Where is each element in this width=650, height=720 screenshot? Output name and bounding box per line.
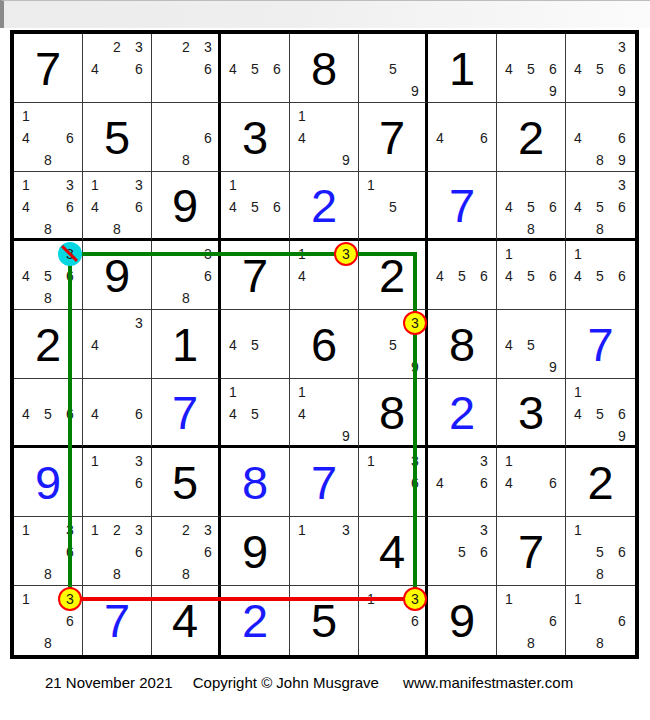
candidate-8-r3c2: 8 <box>106 218 128 240</box>
cell-r9c6[interactable]: 136 <box>359 586 428 655</box>
candidate-5-r6c1: 5 <box>37 403 59 425</box>
candidate-6-r9c9: 6 <box>611 610 633 632</box>
candidate-5-r5c6: 5 <box>382 334 404 356</box>
candidate-6-r7c6: 6 <box>404 472 426 494</box>
cell-r2c2[interactable]: 5 <box>83 103 152 172</box>
cell-r4c4[interactable]: 7 <box>221 241 290 310</box>
given-digit-r9c3: 4 <box>152 586 218 655</box>
candidate-1-r9c9: 1 <box>567 588 589 610</box>
candidate-9-r2c5: 9 <box>335 149 357 171</box>
cell-r7c5[interactable]: 7 <box>290 448 359 517</box>
cell-r2c3[interactable]: 68 <box>152 103 221 172</box>
cell-r9c7[interactable]: 9 <box>428 586 497 655</box>
candidate-8-r2c9: 8 <box>589 149 611 171</box>
given-digit-r7c9: 2 <box>566 448 635 516</box>
cell-r3c2[interactable]: 13468 <box>83 172 152 241</box>
cell-r1c9[interactable]: 34569 <box>566 34 635 103</box>
given-digit-r1c7: 1 <box>428 34 496 102</box>
candidate-5-r3c8: 5 <box>520 196 542 218</box>
candidate-6-r6c9: 6 <box>611 403 633 425</box>
candidate-3-r3c2: 3 <box>128 174 150 196</box>
candidate-6-r8c2: 6 <box>128 541 150 563</box>
candidate-1-r4c5: 1 <box>291 243 313 265</box>
candidate-8-r2c1: 8 <box>37 149 59 171</box>
candidate-6-r2c3: 6 <box>197 127 219 149</box>
cell-r4c5[interactable]: 134 <box>290 241 359 310</box>
cell-r8c2[interactable]: 12368 <box>83 517 152 586</box>
cell-r5c4[interactable]: 45 <box>221 310 290 379</box>
cell-r3c4[interactable]: 1456 <box>221 172 290 241</box>
cell-r1c8[interactable]: 4569 <box>497 34 566 103</box>
candidate-5-r1c6: 5 <box>382 58 404 80</box>
solved-digit-r6c3: 7 <box>152 379 218 445</box>
cell-r5c1[interactable]: 2 <box>14 310 83 379</box>
given-digit-r2c2: 5 <box>83 103 151 171</box>
cell-r6c8[interactable]: 3 <box>497 379 566 448</box>
candidate-8-r3c9: 8 <box>589 218 611 240</box>
candidate-4-r4c1: 4 <box>15 265 37 287</box>
candidate-4-r6c5: 4 <box>291 403 313 425</box>
given-digit-r8c8: 7 <box>497 517 565 585</box>
candidate-3-r1c2: 3 <box>128 36 150 58</box>
candidate-4-r5c2: 4 <box>84 334 106 356</box>
cell-r7c2[interactable]: 136 <box>83 448 152 517</box>
candidate-2-r1c3: 2 <box>175 36 197 58</box>
candidate-5-r5c8: 5 <box>520 334 542 356</box>
cell-r4c2[interactable]: 9 <box>83 241 152 310</box>
candidate-6-r3c4: 6 <box>266 196 288 218</box>
candidate-1-r2c1: 1 <box>15 105 37 127</box>
candidate-6-r3c8: 6 <box>542 196 564 218</box>
candidate-6-r7c7: 6 <box>473 472 495 494</box>
given-digit-r2c8: 2 <box>497 103 565 171</box>
cell-r6c9[interactable]: 14569 <box>566 379 635 448</box>
candidate-5-r6c9: 5 <box>589 403 611 425</box>
candidate-4-r3c9: 4 <box>567 196 589 218</box>
candidate-6-r9c1: 6 <box>59 610 81 632</box>
candidate-6-r4c3: 6 <box>197 265 219 287</box>
cell-r8c8[interactable]: 7 <box>497 517 566 586</box>
candidate-4-r6c4: 4 <box>222 403 244 425</box>
candidate-1-r9c6: 1 <box>360 588 382 610</box>
candidate-9-r2c9: 9 <box>611 149 633 171</box>
solved-digit-r7c1: 9 <box>14 448 82 516</box>
candidate-3-r1c3: 3 <box>197 36 219 58</box>
chain-node-r4c5: 3 <box>334 242 358 266</box>
candidate-4-r2c1: 4 <box>15 127 37 149</box>
footer-date: 21 November 2021 <box>45 674 173 691</box>
candidate-4-r4c5: 4 <box>291 265 313 287</box>
cell-r2c4[interactable]: 3 <box>221 103 290 172</box>
candidate-8-r4c3: 8 <box>175 287 197 309</box>
candidate-6-r8c3: 6 <box>197 541 219 563</box>
cell-r7c4[interactable]: 8 <box>221 448 290 517</box>
footer-website: www.manifestmaster.com <box>403 674 573 691</box>
cell-r8c5[interactable]: 13 <box>290 517 359 586</box>
candidate-4-r5c8: 4 <box>498 334 520 356</box>
candidate-4-r6c9: 4 <box>567 403 589 425</box>
cell-r8c6[interactable]: 4 <box>359 517 428 586</box>
candidate-1-r3c4: 1 <box>222 174 244 196</box>
given-digit-r6c6: 8 <box>359 379 425 445</box>
cell-r6c7[interactable]: 2 <box>428 379 497 448</box>
given-digit-r5c1: 2 <box>14 310 82 378</box>
cell-r2c8[interactable]: 2 <box>497 103 566 172</box>
candidate-5-r4c7: 5 <box>451 265 473 287</box>
candidate-8-r8c3: 8 <box>175 563 197 585</box>
elimination-mark-r4c1: 3 <box>58 242 82 266</box>
candidate-4-r5c4: 4 <box>222 334 244 356</box>
candidate-8-r8c1: 8 <box>37 563 59 585</box>
candidate-9-r5c8: 9 <box>542 356 564 378</box>
cell-r6c3[interactable]: 7 <box>152 379 221 448</box>
cell-r9c8[interactable]: 168 <box>497 586 566 655</box>
cell-r8c7[interactable]: 356 <box>428 517 497 586</box>
cell-r8c4[interactable]: 9 <box>221 517 290 586</box>
cell-r9c3[interactable]: 4 <box>152 586 221 655</box>
given-digit-r2c4: 3 <box>221 103 289 171</box>
cell-r5c8[interactable]: 459 <box>497 310 566 379</box>
candidate-1-r9c1: 1 <box>15 588 37 610</box>
candidate-6-r1c3: 6 <box>197 58 219 80</box>
cell-r5c3[interactable]: 1 <box>152 310 221 379</box>
candidate-6-r8c9: 6 <box>611 541 633 563</box>
candidate-3-r7c2: 3 <box>128 450 150 472</box>
cell-r5c6[interactable]: 359 <box>359 310 428 379</box>
candidate-3-r8c5: 3 <box>335 519 357 541</box>
candidate-6-r1c8: 6 <box>542 58 564 80</box>
candidate-3-r1c9: 3 <box>611 36 633 58</box>
candidate-6-r3c1: 6 <box>59 196 81 218</box>
candidate-9-r6c5: 9 <box>335 425 357 447</box>
candidate-8-r8c9: 8 <box>589 563 611 585</box>
candidate-3-r7c7: 3 <box>473 450 495 472</box>
cell-r4c9[interactable]: 1456 <box>566 241 635 310</box>
candidate-4-r2c7: 4 <box>429 127 451 149</box>
candidate-5-r4c1: 5 <box>37 265 59 287</box>
candidate-4-r4c8: 4 <box>498 265 520 287</box>
cell-r3c3[interactable]: 9 <box>152 172 221 241</box>
cell-r5c5[interactable]: 6 <box>290 310 359 379</box>
candidate-9-r1c6: 9 <box>404 80 426 102</box>
candidate-2-r1c2: 2 <box>106 36 128 58</box>
candidate-6-r2c9: 6 <box>611 127 633 149</box>
cell-r5c7[interactable]: 8 <box>428 310 497 379</box>
cell-r8c3[interactable]: 2368 <box>152 517 221 586</box>
candidate-6-r1c9: 6 <box>611 58 633 80</box>
candidate-6-r9c8: 6 <box>542 610 564 632</box>
candidate-4-r7c8: 4 <box>498 472 520 494</box>
given-digit-r5c7: 8 <box>428 310 496 378</box>
given-digit-r4c2: 9 <box>83 241 151 309</box>
candidate-6-r4c7: 6 <box>473 265 495 287</box>
candidate-6-r6c2: 6 <box>128 403 150 425</box>
candidate-6-r2c1: 6 <box>59 127 81 149</box>
cell-r2c5[interactable]: 149 <box>290 103 359 172</box>
candidate-8-r8c2: 8 <box>106 563 128 585</box>
cell-r2c9[interactable]: 4689 <box>566 103 635 172</box>
candidate-8-r2c3: 8 <box>175 149 197 171</box>
candidate-5-r3c9: 5 <box>589 196 611 218</box>
chain-node-r5c6: 3 <box>403 311 427 335</box>
candidate-6-r7c2: 6 <box>128 472 150 494</box>
cell-r8c1[interactable]: 1368 <box>14 517 83 586</box>
candidate-6-r9c6: 6 <box>404 610 426 632</box>
candidate-4-r6c2: 4 <box>84 403 106 425</box>
candidate-5-r5c4: 5 <box>244 334 266 356</box>
candidate-8-r9c9: 8 <box>589 632 611 654</box>
candidate-1-r9c8: 1 <box>498 588 520 610</box>
candidate-4-r7c7: 4 <box>429 472 451 494</box>
cell-r9c1[interactable]: 1368 <box>14 586 83 655</box>
sudoku-board: 7234623645685914569345691468568314974624… <box>10 30 639 659</box>
candidate-3-r3c1: 3 <box>59 174 81 196</box>
solved-digit-r6c7: 2 <box>428 379 496 445</box>
given-digit-r7c3: 5 <box>152 448 218 516</box>
cell-r7c1[interactable]: 9 <box>14 448 83 517</box>
cell-r5c9[interactable]: 7 <box>566 310 635 379</box>
candidate-8-r3c8: 8 <box>520 218 542 240</box>
candidate-1-r6c4: 1 <box>222 381 244 403</box>
cell-r4c1[interactable]: 34568 <box>14 241 83 310</box>
candidate-5-r3c4: 5 <box>244 196 266 218</box>
candidate-4-r1c9: 4 <box>567 58 589 80</box>
cell-r4c6[interactable]: 2 <box>359 241 428 310</box>
candidate-6-r7c8: 6 <box>542 472 564 494</box>
candidate-2-r8c2: 2 <box>106 519 128 541</box>
candidate-1-r4c9: 1 <box>567 243 589 265</box>
cell-r4c3[interactable]: 368 <box>152 241 221 310</box>
cell-r6c6[interactable]: 8 <box>359 379 428 448</box>
candidate-4-r4c9: 4 <box>567 265 589 287</box>
candidate-6-r4c9: 6 <box>611 265 633 287</box>
given-digit-r9c7: 9 <box>428 586 496 655</box>
candidate-3-r7c6: 3 <box>404 450 426 472</box>
candidate-6-r4c1: 6 <box>59 265 81 287</box>
candidate-6-r8c1: 6 <box>59 541 81 563</box>
cell-r7c9[interactable]: 2 <box>566 448 635 517</box>
cell-r1c1[interactable]: 7 <box>14 34 83 103</box>
candidate-9-r1c9: 9 <box>611 80 633 102</box>
cell-r3c9[interactable]: 34568 <box>566 172 635 241</box>
candidate-1-r2c5: 1 <box>291 105 313 127</box>
candidate-1-r3c2: 1 <box>84 174 106 196</box>
candidate-4-r1c4: 4 <box>222 58 244 80</box>
given-digit-r8c4: 9 <box>221 517 289 585</box>
candidate-5-r1c4: 5 <box>244 58 266 80</box>
candidate-3-r8c1: 3 <box>59 519 81 541</box>
candidate-6-r3c9: 6 <box>611 196 633 218</box>
candidate-6-r6c1: 6 <box>59 403 81 425</box>
footer: 21 November 2021 Copyright © John Musgra… <box>45 674 573 691</box>
candidate-3-r8c3: 3 <box>197 519 219 541</box>
cell-r1c4[interactable]: 456 <box>221 34 290 103</box>
candidate-4-r3c2: 4 <box>84 196 106 218</box>
candidate-5-r8c7: 5 <box>451 541 473 563</box>
cell-r3c6[interactable]: 15 <box>359 172 428 241</box>
cell-r2c6[interactable]: 7 <box>359 103 428 172</box>
candidate-4-r2c9: 4 <box>567 127 589 149</box>
solved-digit-r3c5: 2 <box>290 172 358 238</box>
candidate-3-r3c9: 3 <box>611 174 633 196</box>
chain-node-r9c6: 3 <box>403 587 427 611</box>
given-digit-r9c5: 5 <box>290 586 358 655</box>
candidate-1-r6c9: 1 <box>567 381 589 403</box>
cell-r5c2[interactable]: 34 <box>83 310 152 379</box>
candidate-1-r6c5: 1 <box>291 381 313 403</box>
candidate-3-r5c2: 3 <box>128 312 150 334</box>
cell-r4c7[interactable]: 456 <box>428 241 497 310</box>
candidate-4-r3c4: 4 <box>222 196 244 218</box>
candidate-6-r8c7: 6 <box>473 541 495 563</box>
footer-copyright: Copyright © John Musgrave <box>193 674 379 691</box>
candidate-3-r8c7: 3 <box>473 519 495 541</box>
candidate-9-r5c6: 9 <box>404 356 426 378</box>
candidate-4-r3c1: 4 <box>15 196 37 218</box>
cell-r1c2[interactable]: 2346 <box>83 34 152 103</box>
candidate-8-r3c1: 8 <box>37 218 59 240</box>
cell-r1c6[interactable]: 59 <box>359 34 428 103</box>
candidate-2-r8c3: 2 <box>175 519 197 541</box>
cell-r6c1[interactable]: 456 <box>14 379 83 448</box>
cell-r1c5[interactable]: 8 <box>290 34 359 103</box>
cell-r7c7[interactable]: 346 <box>428 448 497 517</box>
candidate-6-r1c2: 6 <box>128 58 150 80</box>
cell-r3c5[interactable]: 2 <box>290 172 359 241</box>
solved-digit-r7c4: 8 <box>221 448 289 516</box>
cell-r4c8[interactable]: 1456 <box>497 241 566 310</box>
candidate-1-r7c2: 1 <box>84 450 106 472</box>
candidate-8-r4c1: 8 <box>37 287 59 309</box>
candidate-5-r4c8: 5 <box>520 265 542 287</box>
cell-r3c7[interactable]: 7 <box>428 172 497 241</box>
given-digit-r4c4: 7 <box>221 241 289 309</box>
candidate-4-r1c2: 4 <box>84 58 106 80</box>
candidate-1-r3c6: 1 <box>360 174 382 196</box>
candidate-3-r4c3: 3 <box>197 243 219 265</box>
candidate-1-r8c9: 1 <box>567 519 589 541</box>
candidate-5-r4c9: 5 <box>589 265 611 287</box>
cell-r9c2[interactable]: 7 <box>83 586 152 655</box>
cell-r7c8[interactable]: 146 <box>497 448 566 517</box>
candidate-9-r6c9: 9 <box>611 425 633 447</box>
candidate-4-r4c7: 4 <box>429 265 451 287</box>
cell-r2c7[interactable]: 46 <box>428 103 497 172</box>
candidate-5-r8c9: 5 <box>589 541 611 563</box>
given-digit-r5c3: 1 <box>152 310 218 378</box>
candidate-6-r3c2: 6 <box>128 196 150 218</box>
candidate-1-r7c8: 1 <box>498 450 520 472</box>
chain-node-r9c1: 3 <box>58 587 82 611</box>
window-title-bar <box>0 0 650 28</box>
candidate-4-r6c1: 4 <box>15 403 37 425</box>
candidate-1-r7c6: 1 <box>360 450 382 472</box>
candidate-9-r1c8: 9 <box>542 80 564 102</box>
cell-r3c8[interactable]: 4568 <box>497 172 566 241</box>
candidate-8-r9c8: 8 <box>520 632 542 654</box>
given-digit-r1c5: 8 <box>290 34 358 102</box>
candidate-6-r1c4: 6 <box>266 58 288 80</box>
candidate-1-r8c5: 1 <box>291 519 313 541</box>
candidate-1-r3c1: 1 <box>15 174 37 196</box>
given-digit-r6c8: 3 <box>497 379 565 445</box>
solved-digit-r7c5: 7 <box>290 448 358 516</box>
candidate-6-r4c8: 6 <box>542 265 564 287</box>
candidate-4-r3c8: 4 <box>498 196 520 218</box>
candidate-8-r9c1: 8 <box>37 632 59 654</box>
cell-r7c3[interactable]: 5 <box>152 448 221 517</box>
given-digit-r1c1: 7 <box>14 34 82 102</box>
candidate-5-r6c4: 5 <box>244 403 266 425</box>
cell-r7c6[interactable]: 136 <box>359 448 428 517</box>
candidate-5-r1c8: 5 <box>520 58 542 80</box>
cell-r8c9[interactable]: 1568 <box>566 517 635 586</box>
cell-r1c7[interactable]: 1 <box>428 34 497 103</box>
solved-digit-r9c4: 2 <box>221 586 289 655</box>
cell-r6c2[interactable]: 46 <box>83 379 152 448</box>
given-digit-r2c6: 7 <box>359 103 425 171</box>
candidate-5-r1c9: 5 <box>589 58 611 80</box>
candidate-1-r4c8: 1 <box>498 243 520 265</box>
cell-r9c4[interactable]: 2 <box>221 586 290 655</box>
cell-r1c3[interactable]: 236 <box>152 34 221 103</box>
given-digit-r8c6: 4 <box>359 517 425 585</box>
cell-r6c4[interactable]: 145 <box>221 379 290 448</box>
cell-r9c5[interactable]: 5 <box>290 586 359 655</box>
candidate-3-r8c2: 3 <box>128 519 150 541</box>
given-digit-r4c6: 2 <box>359 241 425 309</box>
given-digit-r5c5: 6 <box>290 310 358 378</box>
candidate-1-r8c2: 1 <box>84 519 106 541</box>
candidate-5-r3c6: 5 <box>382 196 404 218</box>
cell-r3c1[interactable]: 13468 <box>14 172 83 241</box>
solved-digit-r3c7: 7 <box>428 172 496 238</box>
solved-digit-r5c9: 7 <box>566 310 635 378</box>
given-digit-r3c3: 9 <box>152 172 218 238</box>
cell-r6c5[interactable]: 149 <box>290 379 359 448</box>
candidate-6-r2c7: 6 <box>473 127 495 149</box>
solved-digit-r9c2: 7 <box>83 586 151 655</box>
cell-r9c9[interactable]: 168 <box>566 586 635 655</box>
candidate-1-r8c1: 1 <box>15 519 37 541</box>
candidate-4-r1c8: 4 <box>498 58 520 80</box>
candidate-4-r2c5: 4 <box>291 127 313 149</box>
cell-r2c1[interactable]: 1468 <box>14 103 83 172</box>
